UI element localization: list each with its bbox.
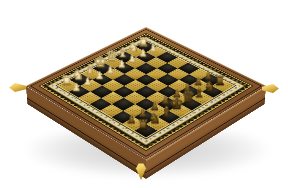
product-photo: ♜♟♟♜♞♟♟♞♝♟♟♝♛♟♟♛♚♟♟♚♝♟♟♝♞♟♟♞♜♟♟♜ [0, 0, 288, 188]
gold-foot-left [9, 82, 26, 93]
